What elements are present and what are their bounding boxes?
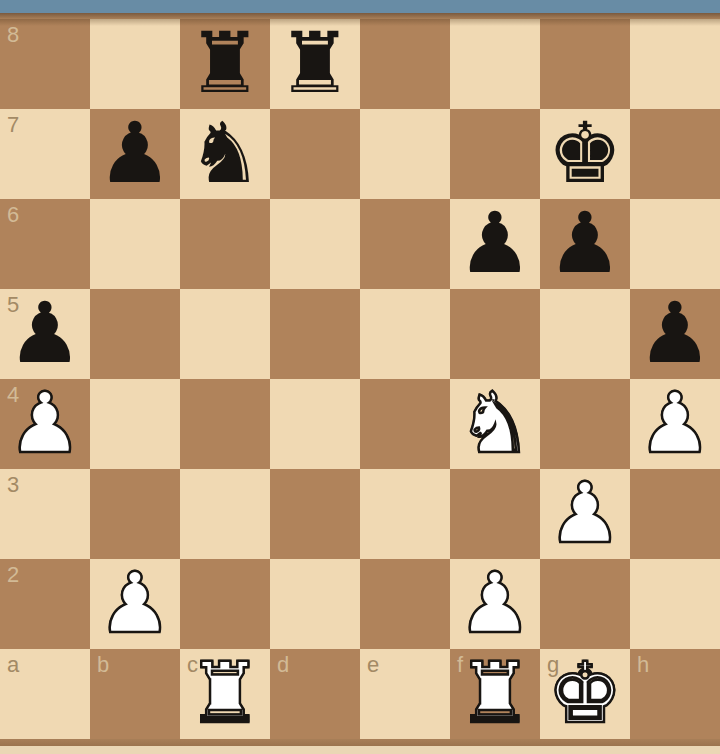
black-pawn-a5[interactable]: ♟ bbox=[0, 289, 90, 379]
square-h1[interactable]: h bbox=[630, 649, 720, 739]
square-f8[interactable] bbox=[450, 19, 540, 109]
white-pawn-b2[interactable]: ♟ bbox=[90, 559, 180, 649]
square-a7[interactable]: 7 bbox=[0, 109, 90, 199]
board-bottom-edge bbox=[0, 739, 720, 746]
square-b6[interactable] bbox=[90, 199, 180, 289]
square-g6[interactable]: ♟ bbox=[540, 199, 630, 289]
rank-label-8: 8 bbox=[7, 24, 19, 46]
square-e2[interactable] bbox=[360, 559, 450, 649]
square-a3[interactable]: 3 bbox=[0, 469, 90, 559]
square-c3[interactable] bbox=[180, 469, 270, 559]
square-c4[interactable] bbox=[180, 379, 270, 469]
square-e3[interactable] bbox=[360, 469, 450, 559]
square-c7[interactable]: ♞ bbox=[180, 109, 270, 199]
chess-board: 8♜♜7♟♞♚6♟♟5♟♟4♟♞♟3♟2♟♟abc♜def♜g♚h bbox=[0, 19, 720, 739]
file-label-a: a bbox=[7, 654, 19, 676]
black-knight-c7[interactable]: ♞ bbox=[180, 109, 270, 199]
square-g5[interactable] bbox=[540, 289, 630, 379]
square-b1[interactable]: b bbox=[90, 649, 180, 739]
square-h7[interactable] bbox=[630, 109, 720, 199]
square-e6[interactable] bbox=[360, 199, 450, 289]
square-a6[interactable]: 6 bbox=[0, 199, 90, 289]
square-a8[interactable]: 8 bbox=[0, 19, 90, 109]
square-a4[interactable]: 4♟ bbox=[0, 379, 90, 469]
square-a2[interactable]: 2 bbox=[0, 559, 90, 649]
square-e7[interactable] bbox=[360, 109, 450, 199]
white-king-g1[interactable]: ♚ bbox=[540, 649, 630, 739]
black-pawn-b7[interactable]: ♟ bbox=[90, 109, 180, 199]
file-label-e: e bbox=[367, 654, 379, 676]
rank-label-7: 7 bbox=[7, 114, 19, 136]
square-d5[interactable] bbox=[270, 289, 360, 379]
square-c5[interactable] bbox=[180, 289, 270, 379]
white-pawn-h4[interactable]: ♟ bbox=[630, 379, 720, 469]
square-d7[interactable] bbox=[270, 109, 360, 199]
square-e4[interactable] bbox=[360, 379, 450, 469]
square-g3[interactable]: ♟ bbox=[540, 469, 630, 559]
square-f5[interactable] bbox=[450, 289, 540, 379]
black-rook-d8[interactable]: ♜ bbox=[270, 19, 360, 109]
square-f1[interactable]: f♜ bbox=[450, 649, 540, 739]
white-pawn-g3[interactable]: ♟ bbox=[540, 469, 630, 559]
square-h2[interactable] bbox=[630, 559, 720, 649]
square-h5[interactable]: ♟ bbox=[630, 289, 720, 379]
file-label-d: d bbox=[277, 654, 289, 676]
white-rook-c1[interactable]: ♜ bbox=[180, 649, 270, 739]
square-b3[interactable] bbox=[90, 469, 180, 559]
square-g7[interactable]: ♚ bbox=[540, 109, 630, 199]
square-f4[interactable]: ♞ bbox=[450, 379, 540, 469]
white-pawn-f2[interactable]: ♟ bbox=[450, 559, 540, 649]
square-h3[interactable] bbox=[630, 469, 720, 559]
square-e1[interactable]: e bbox=[360, 649, 450, 739]
black-pawn-f6[interactable]: ♟ bbox=[450, 199, 540, 289]
square-h6[interactable] bbox=[630, 199, 720, 289]
square-b8[interactable] bbox=[90, 19, 180, 109]
chess-app-screen: 8♜♜7♟♞♚6♟♟5♟♟4♟♞♟3♟2♟♟abc♜def♜g♚h bbox=[0, 0, 720, 754]
square-d8[interactable]: ♜ bbox=[270, 19, 360, 109]
square-f7[interactable] bbox=[450, 109, 540, 199]
square-d6[interactable] bbox=[270, 199, 360, 289]
square-g8[interactable] bbox=[540, 19, 630, 109]
rank-label-3: 3 bbox=[7, 474, 19, 496]
square-d1[interactable]: d bbox=[270, 649, 360, 739]
square-h4[interactable]: ♟ bbox=[630, 379, 720, 469]
white-rook-f1[interactable]: ♜ bbox=[450, 649, 540, 739]
square-d2[interactable] bbox=[270, 559, 360, 649]
rank-label-6: 6 bbox=[7, 204, 19, 226]
square-g2[interactable] bbox=[540, 559, 630, 649]
square-c1[interactable]: c♜ bbox=[180, 649, 270, 739]
square-g4[interactable] bbox=[540, 379, 630, 469]
black-pawn-h5[interactable]: ♟ bbox=[630, 289, 720, 379]
panel-below-board bbox=[0, 746, 720, 754]
square-b5[interactable] bbox=[90, 289, 180, 379]
rank-label-2: 2 bbox=[7, 564, 19, 586]
square-a1[interactable]: a bbox=[0, 649, 90, 739]
square-e8[interactable] bbox=[360, 19, 450, 109]
file-label-h: h bbox=[637, 654, 649, 676]
file-label-b: b bbox=[97, 654, 109, 676]
square-f6[interactable]: ♟ bbox=[450, 199, 540, 289]
black-rook-c8[interactable]: ♜ bbox=[180, 19, 270, 109]
square-g1[interactable]: g♚ bbox=[540, 649, 630, 739]
square-c2[interactable] bbox=[180, 559, 270, 649]
square-h8[interactable] bbox=[630, 19, 720, 109]
square-e5[interactable] bbox=[360, 289, 450, 379]
square-d3[interactable] bbox=[270, 469, 360, 559]
white-knight-f4[interactable]: ♞ bbox=[450, 379, 540, 469]
black-king-g7[interactable]: ♚ bbox=[540, 109, 630, 199]
square-b7[interactable]: ♟ bbox=[90, 109, 180, 199]
square-d4[interactable] bbox=[270, 379, 360, 469]
top-app-bar bbox=[0, 0, 720, 13]
black-pawn-g6[interactable]: ♟ bbox=[540, 199, 630, 289]
square-b4[interactable] bbox=[90, 379, 180, 469]
white-pawn-a4[interactable]: ♟ bbox=[0, 379, 90, 469]
square-b2[interactable]: ♟ bbox=[90, 559, 180, 649]
square-f3[interactable] bbox=[450, 469, 540, 559]
square-f2[interactable]: ♟ bbox=[450, 559, 540, 649]
square-c8[interactable]: ♜ bbox=[180, 19, 270, 109]
square-a5[interactable]: 5♟ bbox=[0, 289, 90, 379]
square-c6[interactable] bbox=[180, 199, 270, 289]
